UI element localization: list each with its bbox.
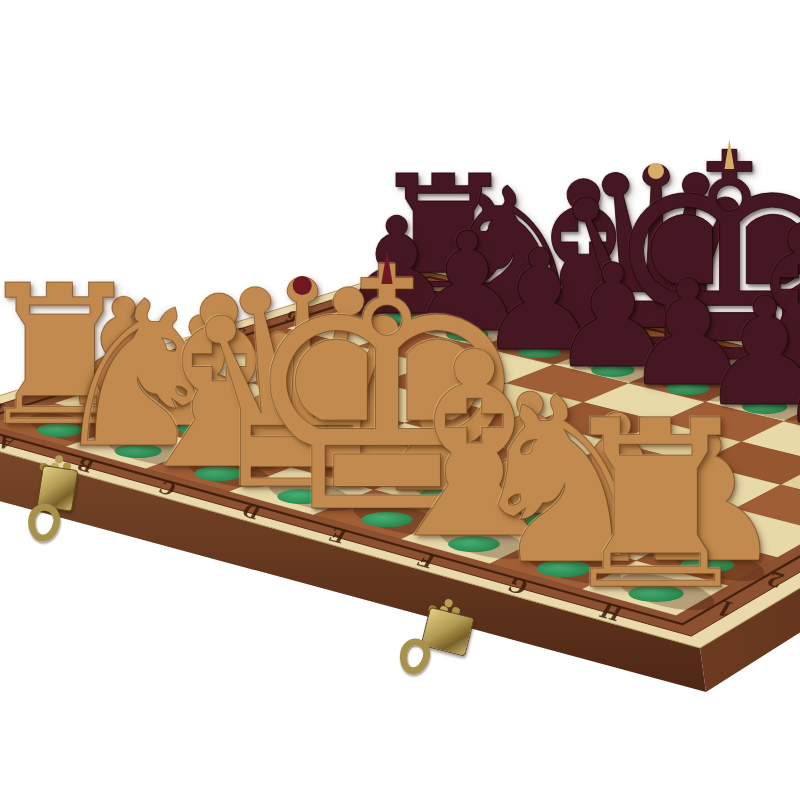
chess-set-photo: ABCDEFGH1122334455667788 ♜♞♝♛♚♝♞♜♟♟♟♟♟♟♟… bbox=[0, 0, 800, 800]
chessboard: ABCDEFGH1122334455667788 bbox=[0, 0, 800, 800]
